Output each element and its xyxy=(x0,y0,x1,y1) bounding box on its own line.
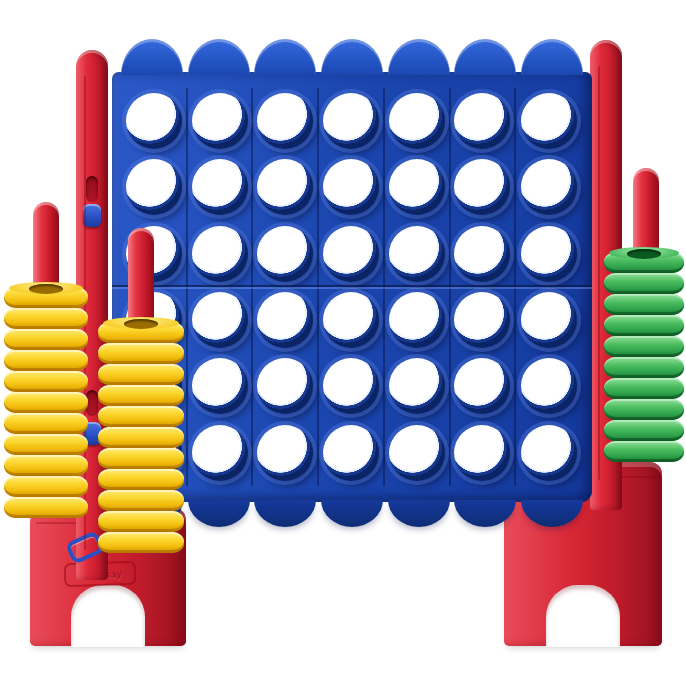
board-cell-r3-c2[interactable] xyxy=(188,221,254,287)
spare-disc-green[interactable] xyxy=(604,294,684,315)
board-cell-r1-c7[interactable] xyxy=(516,88,582,154)
empty-hole xyxy=(257,358,313,414)
board-scallop xyxy=(188,500,250,527)
empty-hole xyxy=(521,292,577,348)
board-scallop xyxy=(254,500,316,527)
empty-hole xyxy=(454,226,510,282)
leg-arch-cutout xyxy=(546,585,620,647)
board-cell-r5-c4[interactable] xyxy=(319,353,385,419)
spare-disc-yellow[interactable] xyxy=(4,455,88,476)
board-cell-r1-c5[interactable] xyxy=(385,88,451,154)
board-cell-r1-c2[interactable] xyxy=(188,88,254,154)
empty-hole xyxy=(454,425,510,481)
disc-post-right xyxy=(633,168,659,256)
spare-disc-yellow[interactable] xyxy=(4,371,88,392)
board-cell-r2-c4[interactable] xyxy=(319,154,385,220)
empty-hole xyxy=(389,93,445,149)
board-cell-r3-c3[interactable] xyxy=(253,221,319,287)
board-cell-r2-c1[interactable] xyxy=(122,154,188,220)
board-cell-r4-c5[interactable] xyxy=(385,287,451,353)
board-cell-r2-c3[interactable] xyxy=(253,154,319,220)
empty-hole xyxy=(192,358,248,414)
latch-slot xyxy=(86,176,98,202)
spare-disc-green[interactable] xyxy=(604,357,684,378)
board-cell-r1-c1[interactable] xyxy=(122,88,188,154)
board-cell-r5-c6[interactable] xyxy=(451,353,517,419)
spare-disc-yellow[interactable] xyxy=(4,329,88,350)
spare-disc-green[interactable] xyxy=(604,420,684,441)
board-cell-r3-c5[interactable] xyxy=(385,221,451,287)
empty-hole xyxy=(192,425,248,481)
board-cell-r1-c6[interactable] xyxy=(451,88,517,154)
empty-hole xyxy=(257,292,313,348)
spare-disc-yellow[interactable] xyxy=(98,469,184,490)
board-scallop xyxy=(121,39,183,75)
empty-hole xyxy=(257,226,313,282)
spare-disc-yellow[interactable] xyxy=(4,308,88,329)
spare-disc-green[interactable] xyxy=(604,441,684,462)
board-scallop xyxy=(321,500,383,527)
empty-hole xyxy=(389,358,445,414)
board-cell-r5-c5[interactable] xyxy=(385,353,451,419)
spare-disc-yellow[interactable] xyxy=(98,406,184,427)
board-cell-r6-c3[interactable] xyxy=(253,420,319,486)
empty-hole xyxy=(454,93,510,149)
giant-connect-four-photo: Costway xyxy=(0,0,686,686)
board-cell-r5-c2[interactable] xyxy=(188,353,254,419)
empty-hole xyxy=(126,159,182,215)
spare-disc-green[interactable] xyxy=(604,378,684,399)
spare-disc-yellow[interactable] xyxy=(98,427,184,448)
empty-hole xyxy=(192,226,248,282)
empty-hole xyxy=(521,159,577,215)
empty-hole xyxy=(257,159,313,215)
empty-hole xyxy=(389,226,445,282)
disc-post-left-inner xyxy=(128,228,154,326)
board-cell-r2-c2[interactable] xyxy=(188,154,254,220)
spare-disc-yellow[interactable] xyxy=(98,511,184,532)
spare-disc-yellow[interactable] xyxy=(98,448,184,469)
spare-disc-yellow[interactable] xyxy=(4,350,88,371)
empty-hole xyxy=(389,159,445,215)
board-scallop xyxy=(388,500,450,527)
spare-disc-green[interactable] xyxy=(604,399,684,420)
board-cell-r6-c6[interactable] xyxy=(451,420,517,486)
board-cell-r5-c7[interactable] xyxy=(516,353,582,419)
empty-hole xyxy=(521,93,577,149)
board-top-scallops xyxy=(119,39,585,75)
board-scallop xyxy=(454,39,516,75)
disc-post-left-outer xyxy=(33,202,59,291)
empty-hole xyxy=(323,358,379,414)
board-cell-r1-c3[interactable] xyxy=(253,88,319,154)
board-cell-r5-c3[interactable] xyxy=(253,353,319,419)
stack-post-hole xyxy=(124,319,158,329)
spare-disc-green[interactable] xyxy=(604,336,684,357)
empty-hole xyxy=(323,226,379,282)
empty-hole xyxy=(323,292,379,348)
empty-hole xyxy=(521,226,577,282)
disc-stack-left-outer xyxy=(4,287,88,518)
empty-hole xyxy=(192,159,248,215)
spare-disc-yellow[interactable] xyxy=(98,385,184,406)
board-cell-r2-c7[interactable] xyxy=(516,154,582,220)
board-cell-r2-c5[interactable] xyxy=(385,154,451,220)
empty-hole xyxy=(521,425,577,481)
empty-hole xyxy=(323,159,379,215)
game-board xyxy=(112,72,592,502)
disc-stack-left-inner xyxy=(98,322,184,553)
stack-post-hole xyxy=(29,284,63,294)
board-cell-r4-c3[interactable] xyxy=(253,287,319,353)
board-cell-r6-c7[interactable] xyxy=(516,420,582,486)
spare-disc-yellow[interactable] xyxy=(98,364,184,385)
empty-hole xyxy=(454,292,510,348)
board-cell-r4-c7[interactable] xyxy=(516,287,582,353)
board-cell-r4-c4[interactable] xyxy=(319,287,385,353)
board-scallop xyxy=(188,39,250,75)
blue-latch xyxy=(83,204,101,227)
empty-hole xyxy=(323,425,379,481)
empty-hole xyxy=(454,159,510,215)
board-middle-seam xyxy=(112,285,592,289)
spare-disc-yellow[interactable] xyxy=(98,532,184,553)
empty-hole xyxy=(126,93,182,149)
spare-disc-yellow[interactable] xyxy=(4,476,88,497)
board-cell-r3-c6[interactable] xyxy=(451,221,517,287)
board-cell-r1-c4[interactable] xyxy=(319,88,385,154)
spare-disc-yellow[interactable] xyxy=(4,434,88,455)
board-cell-r4-c6[interactable] xyxy=(451,287,517,353)
spare-disc-green[interactable] xyxy=(604,315,684,336)
spare-disc-yellow[interactable] xyxy=(98,343,184,364)
empty-hole xyxy=(192,292,248,348)
board-cell-r6-c5[interactable] xyxy=(385,420,451,486)
board-cell-r4-c2[interactable] xyxy=(188,287,254,353)
spare-disc-yellow[interactable] xyxy=(98,490,184,511)
disc-stack-right xyxy=(604,252,684,462)
board-cell-r6-c4[interactable] xyxy=(319,420,385,486)
spare-disc-yellow[interactable] xyxy=(4,392,88,413)
board-scallop xyxy=(321,39,383,75)
board-cell-r3-c4[interactable] xyxy=(319,221,385,287)
spare-disc-green[interactable] xyxy=(604,273,684,294)
empty-hole xyxy=(257,425,313,481)
empty-hole xyxy=(192,93,248,149)
empty-hole xyxy=(257,93,313,149)
empty-hole xyxy=(389,292,445,348)
board-scallop xyxy=(521,39,583,75)
empty-hole xyxy=(389,425,445,481)
spare-disc-yellow[interactable] xyxy=(4,497,88,518)
leg-arch-cutout xyxy=(71,585,145,647)
empty-hole xyxy=(521,358,577,414)
board-scallop xyxy=(254,39,316,75)
board-scallop xyxy=(388,39,450,75)
board-cell-r3-c7[interactable] xyxy=(516,221,582,287)
board-cell-r2-c6[interactable] xyxy=(451,154,517,220)
spare-disc-yellow[interactable] xyxy=(4,413,88,434)
board-cell-r6-c2[interactable] xyxy=(188,420,254,486)
empty-hole xyxy=(323,93,379,149)
stack-post-hole xyxy=(627,249,661,259)
empty-hole xyxy=(454,358,510,414)
